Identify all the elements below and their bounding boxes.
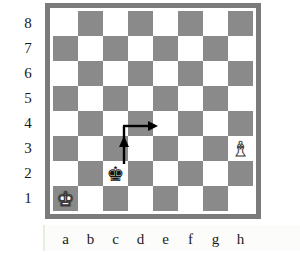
square-c6[interactable]: [103, 61, 128, 86]
square-h6[interactable]: [228, 61, 253, 86]
square-b5[interactable]: [78, 86, 103, 111]
rank-label-1: 1: [18, 186, 38, 211]
rank-label-7: 7: [18, 36, 38, 61]
square-c1[interactable]: [103, 186, 128, 211]
square-c7[interactable]: [103, 36, 128, 61]
square-e6[interactable]: [153, 61, 178, 86]
rank-label-8: 8: [18, 11, 38, 36]
rank-label-2: 2: [18, 161, 38, 186]
square-c2[interactable]: ♚: [103, 161, 128, 186]
square-a5[interactable]: [53, 86, 78, 111]
square-e4[interactable]: [153, 111, 178, 136]
square-a2[interactable]: [53, 161, 78, 186]
square-h2[interactable]: [228, 161, 253, 186]
square-c4[interactable]: [103, 111, 128, 136]
square-b4[interactable]: [78, 111, 103, 136]
square-f8[interactable]: [178, 11, 203, 36]
square-c5[interactable]: [103, 86, 128, 111]
square-g8[interactable]: [203, 11, 228, 36]
square-g5[interactable]: [203, 86, 228, 111]
square-b7[interactable]: [78, 36, 103, 61]
square-a6[interactable]: [53, 61, 78, 86]
square-g3[interactable]: [203, 136, 228, 161]
square-b1[interactable]: [78, 186, 103, 211]
square-h8[interactable]: [228, 11, 253, 36]
rank-label-6: 6: [18, 61, 38, 86]
file-label-d: d: [128, 227, 153, 251]
square-g4[interactable]: [203, 111, 228, 136]
square-e2[interactable]: [153, 161, 178, 186]
file-label-a: a: [53, 227, 78, 251]
square-a3[interactable]: [53, 136, 78, 161]
square-f7[interactable]: [178, 36, 203, 61]
square-a4[interactable]: [53, 111, 78, 136]
square-h5[interactable]: [228, 86, 253, 111]
square-f2[interactable]: [178, 161, 203, 186]
chess-diagram: 87654321 ♝♚♚ abcdefgh: [0, 0, 300, 263]
square-d1[interactable]: [128, 186, 153, 211]
square-e1[interactable]: [153, 186, 178, 211]
square-h3[interactable]: ♝: [228, 136, 253, 161]
white-bishop-piece[interactable]: ♝: [228, 136, 253, 161]
square-c3[interactable]: [103, 136, 128, 161]
square-d4[interactable]: [128, 111, 153, 136]
square-a8[interactable]: [53, 11, 78, 36]
black-king-piece[interactable]: ♚: [103, 161, 128, 186]
square-g2[interactable]: [203, 161, 228, 186]
square-d8[interactable]: [128, 11, 153, 36]
square-f4[interactable]: [178, 111, 203, 136]
square-e5[interactable]: [153, 86, 178, 111]
file-label-e: e: [153, 227, 178, 251]
square-b2[interactable]: [78, 161, 103, 186]
square-d7[interactable]: [128, 36, 153, 61]
square-f6[interactable]: [178, 61, 203, 86]
file-label-c: c: [103, 227, 128, 251]
file-label-b: b: [78, 227, 103, 251]
square-g7[interactable]: [203, 36, 228, 61]
square-f5[interactable]: [178, 86, 203, 111]
square-d5[interactable]: [128, 86, 153, 111]
square-d2[interactable]: [128, 161, 153, 186]
square-g1[interactable]: [203, 186, 228, 211]
square-h4[interactable]: [228, 111, 253, 136]
rank-label-5: 5: [18, 86, 38, 111]
square-e3[interactable]: [153, 136, 178, 161]
square-d3[interactable]: [128, 136, 153, 161]
square-a7[interactable]: [53, 36, 78, 61]
rank-label-4: 4: [18, 111, 38, 136]
board-grid: ♝♚♚: [53, 11, 253, 211]
square-b6[interactable]: [78, 61, 103, 86]
square-d6[interactable]: [128, 61, 153, 86]
square-h7[interactable]: [228, 36, 253, 61]
square-e7[interactable]: [153, 36, 178, 61]
white-king-piece[interactable]: ♚: [53, 186, 78, 211]
file-label-g: g: [203, 227, 228, 251]
file-label-h: h: [228, 227, 253, 251]
square-f3[interactable]: [178, 136, 203, 161]
rank-label-3: 3: [18, 136, 38, 161]
square-f1[interactable]: [178, 186, 203, 211]
square-g6[interactable]: [203, 61, 228, 86]
square-b3[interactable]: [78, 136, 103, 161]
square-c8[interactable]: [103, 11, 128, 36]
square-b8[interactable]: [78, 11, 103, 36]
square-e8[interactable]: [153, 11, 178, 36]
square-h1[interactable]: [228, 186, 253, 211]
file-label-f: f: [178, 227, 203, 251]
square-a1[interactable]: ♚: [53, 186, 78, 211]
chess-board: ♝♚♚: [45, 3, 261, 219]
